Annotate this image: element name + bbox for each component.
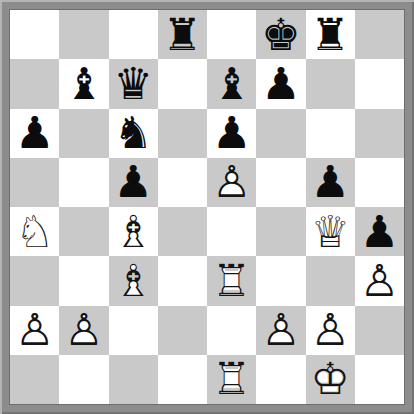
black-bishop-piece[interactable]: ♝ [207,59,256,108]
square-d4[interactable] [158,207,207,256]
white-pawn-piece[interactable]: ♙ [207,158,256,207]
white-pawn-piece[interactable]: ♙ [355,256,404,305]
square-c2[interactable] [109,306,158,355]
square-c1[interactable] [109,355,158,404]
white-bishop-piece-fill: ♝ [109,207,158,256]
square-g1[interactable]: ♚♔ [306,355,355,404]
square-b8[interactable] [59,10,108,59]
square-d6[interactable] [158,109,207,158]
square-g5[interactable]: ♟ [306,158,355,207]
square-f6[interactable] [256,109,305,158]
square-h1[interactable] [355,355,404,404]
square-d1[interactable] [158,355,207,404]
white-king-piece-fill: ♚ [306,355,355,404]
square-h5[interactable] [355,158,404,207]
white-pawn-piece-fill: ♟ [10,306,59,355]
white-rook-piece-fill: ♜ [207,256,256,305]
square-g8[interactable]: ♜ [306,10,355,59]
square-e5[interactable]: ♟♙ [207,158,256,207]
black-pawn-piece[interactable]: ♟ [109,158,158,207]
square-h4[interactable]: ♟ [355,207,404,256]
white-pawn-piece-fill: ♟ [59,306,108,355]
square-e8[interactable] [207,10,256,59]
square-b3[interactable] [59,256,108,305]
square-e7[interactable]: ♝ [207,59,256,108]
black-king-piece[interactable]: ♚ [256,10,305,59]
square-d2[interactable] [158,306,207,355]
square-b7[interactable]: ♝ [59,59,108,108]
square-a2[interactable]: ♟♙ [10,306,59,355]
black-rook-piece[interactable]: ♜ [306,10,355,59]
square-e6[interactable]: ♟ [207,109,256,158]
square-d7[interactable] [158,59,207,108]
square-a6[interactable]: ♟ [10,109,59,158]
white-pawn-piece-fill: ♟ [256,306,305,355]
square-a7[interactable] [10,59,59,108]
square-c3[interactable]: ♝♗ [109,256,158,305]
square-f8[interactable]: ♚ [256,10,305,59]
square-c6[interactable]: ♞ [109,109,158,158]
square-d5[interactable] [158,158,207,207]
square-c7[interactable]: ♛ [109,59,158,108]
chess-board-grid: ♜♚♜♝♛♝♟♟♞♟♟♟♙♟♞♘♝♗♛♕♟♝♗♜♖♟♙♟♙♟♙♟♙♟♙♜♖♚♔ [10,10,404,404]
square-e1[interactable]: ♜♖ [207,355,256,404]
white-pawn-piece[interactable]: ♙ [306,306,355,355]
square-f2[interactable]: ♟♙ [256,306,305,355]
square-d8[interactable]: ♜ [158,10,207,59]
black-pawn-piece[interactable]: ♟ [355,207,404,256]
white-king-piece[interactable]: ♔ [306,355,355,404]
white-pawn-piece-fill: ♟ [306,306,355,355]
square-f4[interactable] [256,207,305,256]
white-queen-piece-fill: ♛ [306,207,355,256]
white-queen-piece[interactable]: ♕ [306,207,355,256]
square-g6[interactable] [306,109,355,158]
white-pawn-piece-fill: ♟ [207,158,256,207]
square-d3[interactable] [158,256,207,305]
square-g3[interactable] [306,256,355,305]
square-e2[interactable] [207,306,256,355]
black-pawn-piece[interactable]: ♟ [306,158,355,207]
black-queen-piece[interactable]: ♛ [109,59,158,108]
square-a8[interactable] [10,10,59,59]
square-f5[interactable] [256,158,305,207]
white-pawn-piece[interactable]: ♙ [256,306,305,355]
white-pawn-piece-fill: ♟ [355,256,404,305]
square-h3[interactable]: ♟♙ [355,256,404,305]
square-a3[interactable] [10,256,59,305]
square-a4[interactable]: ♞♘ [10,207,59,256]
square-f7[interactable]: ♟ [256,59,305,108]
white-bishop-piece-fill: ♝ [109,256,158,305]
white-pawn-piece[interactable]: ♙ [10,306,59,355]
square-a5[interactable] [10,158,59,207]
black-pawn-piece[interactable]: ♟ [10,109,59,158]
white-rook-piece-fill: ♜ [207,355,256,404]
square-c4[interactable]: ♝♗ [109,207,158,256]
white-pawn-piece[interactable]: ♙ [59,306,108,355]
board-frame: ♜♚♜♝♛♝♟♟♞♟♟♟♙♟♞♘♝♗♛♕♟♝♗♜♖♟♙♟♙♟♙♟♙♟♙♜♖♚♔ [0,0,414,414]
square-c8[interactable] [109,10,158,59]
square-c5[interactable]: ♟ [109,158,158,207]
white-rook-piece[interactable]: ♖ [207,256,256,305]
black-pawn-piece[interactable]: ♟ [207,109,256,158]
square-g7[interactable] [306,59,355,108]
square-b6[interactable] [59,109,108,158]
black-rook-piece[interactable]: ♜ [158,10,207,59]
square-g4[interactable]: ♛♕ [306,207,355,256]
black-pawn-piece[interactable]: ♟ [256,59,305,108]
square-g2[interactable]: ♟♙ [306,306,355,355]
white-knight-piece[interactable]: ♘ [10,207,59,256]
white-knight-piece-fill: ♞ [10,207,59,256]
square-a1[interactable] [10,355,59,404]
chessboard-diagram: ♜♚♜♝♛♝♟♟♞♟♟♟♙♟♞♘♝♗♛♕♟♝♗♜♖♟♙♟♙♟♙♟♙♟♙♜♖♚♔ [0,0,414,414]
square-e4[interactable] [207,207,256,256]
square-f3[interactable] [256,256,305,305]
white-rook-piece[interactable]: ♖ [207,355,256,404]
square-e3[interactable]: ♜♖ [207,256,256,305]
square-h7[interactable] [355,59,404,108]
square-b4[interactable] [59,207,108,256]
square-h6[interactable] [355,109,404,158]
black-bishop-piece[interactable]: ♝ [59,59,108,108]
black-knight-piece[interactable]: ♞ [109,109,158,158]
white-bishop-piece[interactable]: ♗ [109,256,158,305]
square-b2[interactable]: ♟♙ [59,306,108,355]
white-bishop-piece[interactable]: ♗ [109,207,158,256]
square-b1[interactable] [59,355,108,404]
square-h2[interactable] [355,306,404,355]
square-b5[interactable] [59,158,108,207]
square-f1[interactable] [256,355,305,404]
square-h8[interactable] [355,10,404,59]
